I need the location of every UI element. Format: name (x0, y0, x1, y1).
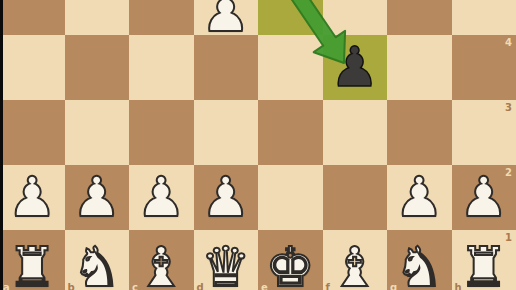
white-pawn-b2[interactable]: ♟ (65, 165, 130, 230)
square-f5[interactable] (323, 0, 388, 35)
square-h4[interactable]: 4 (452, 35, 516, 100)
white-pawn-c2[interactable]: ♟ (129, 165, 194, 230)
square-e1[interactable]: ♚ e (258, 230, 323, 290)
square-a1[interactable]: ♜ a (0, 230, 65, 290)
rank-label-3: 3 (505, 103, 512, 113)
rank-label-2: 2 (505, 168, 512, 178)
file-label-c: c (132, 283, 138, 290)
square-d2[interactable]: ♟ (194, 165, 259, 230)
square-e5-highlighted[interactable] (258, 0, 323, 35)
square-e3[interactable] (258, 100, 323, 165)
square-c1[interactable]: ♝ c (129, 230, 194, 290)
square-b1[interactable]: ♞ b (65, 230, 130, 290)
square-a4[interactable] (0, 35, 65, 100)
square-d3[interactable] (194, 100, 259, 165)
rank-label-1: 1 (505, 233, 512, 243)
square-e4[interactable] (258, 35, 323, 100)
square-a5[interactable] (0, 0, 65, 35)
square-g3[interactable] (387, 100, 452, 165)
square-h5[interactable] (452, 0, 516, 35)
file-label-f: f (326, 283, 330, 290)
chess-board: ♟ ♟ 4 3 ♟ ♟ (0, 0, 516, 290)
square-g2[interactable]: ♟ (387, 165, 452, 230)
file-label-e: e (261, 283, 268, 290)
square-d4[interactable] (194, 35, 259, 100)
square-d1[interactable]: ♛ d (194, 230, 259, 290)
white-pawn-g2[interactable]: ♟ (387, 165, 452, 230)
square-f2[interactable] (323, 165, 388, 230)
square-h3[interactable]: 3 (452, 100, 516, 165)
square-e2[interactable] (258, 165, 323, 230)
white-pawn-a2[interactable]: ♟ (0, 165, 65, 230)
square-b5[interactable] (65, 0, 130, 35)
square-h1[interactable]: ♜ h 1 (452, 230, 516, 290)
square-f4-highlighted[interactable]: ♟ (323, 35, 388, 100)
square-b3[interactable] (65, 100, 130, 165)
square-a2[interactable]: ♟ (0, 165, 65, 230)
rank-label-4: 4 (505, 38, 512, 48)
square-g4[interactable] (387, 35, 452, 100)
white-bishop-f1[interactable]: ♝ (323, 235, 388, 290)
square-d5[interactable]: ♟ (194, 0, 259, 35)
square-c3[interactable] (129, 100, 194, 165)
file-label-a: a (3, 283, 10, 290)
file-label-d: d (197, 283, 204, 290)
chess-board-screenshot: ♟ ♟ 4 3 ♟ ♟ (0, 0, 516, 290)
white-pawn-d2[interactable]: ♟ (194, 165, 259, 230)
file-label-b: b (68, 283, 75, 290)
square-c2[interactable]: ♟ (129, 165, 194, 230)
white-bishop-c1[interactable]: ♝ (129, 235, 194, 290)
square-h2[interactable]: ♟ 2 (452, 165, 516, 230)
square-c4[interactable] (129, 35, 194, 100)
square-f1[interactable]: ♝ f (323, 230, 388, 290)
file-label-h: h (455, 283, 462, 290)
square-c5[interactable] (129, 0, 194, 35)
square-b4[interactable] (65, 35, 130, 100)
black-pawn-f4[interactable]: ♟ (323, 35, 388, 100)
file-label-g: g (390, 283, 397, 290)
left-edge-strip (0, 0, 3, 290)
square-g5[interactable] (387, 0, 452, 35)
square-g1[interactable]: ♞ g (387, 230, 452, 290)
square-a3[interactable] (0, 100, 65, 165)
square-b2[interactable]: ♟ (65, 165, 130, 230)
square-f3[interactable] (323, 100, 388, 165)
